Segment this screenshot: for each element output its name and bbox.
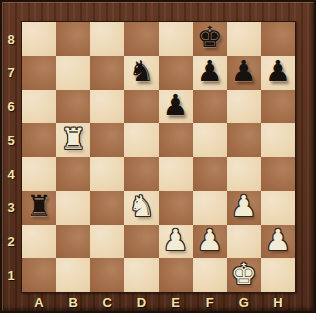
square-d6[interactable] bbox=[124, 90, 158, 124]
square-h7[interactable]: ♟ bbox=[261, 56, 295, 90]
square-c2[interactable] bbox=[90, 225, 124, 259]
square-g2[interactable] bbox=[227, 225, 261, 259]
white-knight-d3[interactable]: ♞ bbox=[128, 192, 154, 221]
file-label-a: A bbox=[22, 293, 56, 312]
square-g6[interactable] bbox=[227, 90, 261, 124]
square-e2[interactable]: ♟ bbox=[159, 225, 193, 259]
square-f5[interactable] bbox=[193, 123, 227, 157]
square-a4[interactable] bbox=[22, 157, 56, 191]
square-a7[interactable] bbox=[22, 56, 56, 90]
square-d8[interactable] bbox=[124, 22, 158, 56]
chessboard-window: ♚♞♟♟♟♟♜♜♞♟♟♟♟♚ 87654321ABCDEFGH bbox=[0, 0, 316, 313]
square-a2[interactable] bbox=[22, 225, 56, 259]
white-pawn-f2[interactable]: ♟ bbox=[197, 226, 223, 255]
square-b1[interactable] bbox=[56, 258, 90, 292]
square-h4[interactable] bbox=[261, 157, 295, 191]
square-a3[interactable]: ♜ bbox=[22, 191, 56, 225]
square-f1[interactable] bbox=[193, 258, 227, 292]
square-h2[interactable]: ♟ bbox=[261, 225, 295, 259]
rank-label-6: 6 bbox=[2, 90, 20, 124]
square-h8[interactable] bbox=[261, 22, 295, 56]
square-f7[interactable]: ♟ bbox=[193, 56, 227, 90]
square-f8[interactable]: ♚ bbox=[193, 22, 227, 56]
square-c8[interactable] bbox=[90, 22, 124, 56]
square-b7[interactable] bbox=[56, 56, 90, 90]
black-rook-a3[interactable]: ♜ bbox=[26, 192, 52, 221]
black-pawn-g7[interactable]: ♟ bbox=[231, 57, 257, 86]
square-d3[interactable]: ♞ bbox=[124, 191, 158, 225]
square-f4[interactable] bbox=[193, 157, 227, 191]
square-b8[interactable] bbox=[56, 22, 90, 56]
square-a1[interactable] bbox=[22, 258, 56, 292]
square-g3[interactable]: ♟ bbox=[227, 191, 261, 225]
square-e7[interactable] bbox=[159, 56, 193, 90]
chess-board[interactable]: ♚♞♟♟♟♟♜♜♞♟♟♟♟♚ bbox=[21, 21, 296, 293]
square-d7[interactable]: ♞ bbox=[124, 56, 158, 90]
square-c1[interactable] bbox=[90, 258, 124, 292]
file-label-e: E bbox=[159, 293, 193, 312]
square-g7[interactable]: ♟ bbox=[227, 56, 261, 90]
black-pawn-e6[interactable]: ♟ bbox=[163, 91, 189, 120]
black-pawn-h7[interactable]: ♟ bbox=[265, 57, 291, 86]
rank-label-5: 5 bbox=[2, 123, 20, 157]
square-c4[interactable] bbox=[90, 157, 124, 191]
square-g5[interactable] bbox=[227, 123, 261, 157]
square-a6[interactable] bbox=[22, 90, 56, 124]
square-b5[interactable]: ♜ bbox=[56, 123, 90, 157]
square-e5[interactable] bbox=[159, 123, 193, 157]
square-b3[interactable] bbox=[56, 191, 90, 225]
square-h3[interactable] bbox=[261, 191, 295, 225]
black-king-f8[interactable]: ♚ bbox=[197, 23, 223, 52]
square-f3[interactable] bbox=[193, 191, 227, 225]
square-f6[interactable] bbox=[193, 90, 227, 124]
rank-label-1: 1 bbox=[2, 258, 20, 292]
rank-label-4: 4 bbox=[2, 157, 20, 191]
square-d1[interactable] bbox=[124, 258, 158, 292]
square-g8[interactable] bbox=[227, 22, 261, 56]
rank-label-3: 3 bbox=[2, 191, 20, 225]
black-pawn-f7[interactable]: ♟ bbox=[197, 57, 223, 86]
square-e6[interactable]: ♟ bbox=[159, 90, 193, 124]
white-pawn-e2[interactable]: ♟ bbox=[163, 226, 189, 255]
square-b4[interactable] bbox=[56, 157, 90, 191]
rank-label-8: 8 bbox=[2, 22, 20, 56]
square-h5[interactable] bbox=[261, 123, 295, 157]
file-label-c: C bbox=[90, 293, 124, 312]
square-d4[interactable] bbox=[124, 157, 158, 191]
file-label-d: D bbox=[124, 293, 158, 312]
square-h1[interactable] bbox=[261, 258, 295, 292]
square-e1[interactable] bbox=[159, 258, 193, 292]
square-d5[interactable] bbox=[124, 123, 158, 157]
black-knight-d7[interactable]: ♞ bbox=[128, 57, 154, 86]
file-label-g: G bbox=[227, 293, 261, 312]
square-d2[interactable] bbox=[124, 225, 158, 259]
square-e3[interactable] bbox=[159, 191, 193, 225]
square-f2[interactable]: ♟ bbox=[193, 225, 227, 259]
square-c7[interactable] bbox=[90, 56, 124, 90]
square-a5[interactable] bbox=[22, 123, 56, 157]
square-e4[interactable] bbox=[159, 157, 193, 191]
rank-label-2: 2 bbox=[2, 225, 20, 259]
white-pawn-h2[interactable]: ♟ bbox=[265, 226, 291, 255]
square-b2[interactable] bbox=[56, 225, 90, 259]
white-rook-b5[interactable]: ♜ bbox=[60, 125, 86, 154]
square-g1[interactable]: ♚ bbox=[227, 258, 261, 292]
square-h6[interactable] bbox=[261, 90, 295, 124]
file-label-b: B bbox=[56, 293, 90, 312]
square-c5[interactable] bbox=[90, 123, 124, 157]
file-label-h: H bbox=[261, 293, 295, 312]
square-e8[interactable] bbox=[159, 22, 193, 56]
square-a8[interactable] bbox=[22, 22, 56, 56]
rank-label-7: 7 bbox=[2, 56, 20, 90]
square-b6[interactable] bbox=[56, 90, 90, 124]
white-pawn-g3[interactable]: ♟ bbox=[231, 192, 257, 221]
square-c6[interactable] bbox=[90, 90, 124, 124]
square-g4[interactable] bbox=[227, 157, 261, 191]
file-label-f: F bbox=[193, 293, 227, 312]
white-king-g1[interactable]: ♚ bbox=[231, 260, 257, 289]
square-c3[interactable] bbox=[90, 191, 124, 225]
